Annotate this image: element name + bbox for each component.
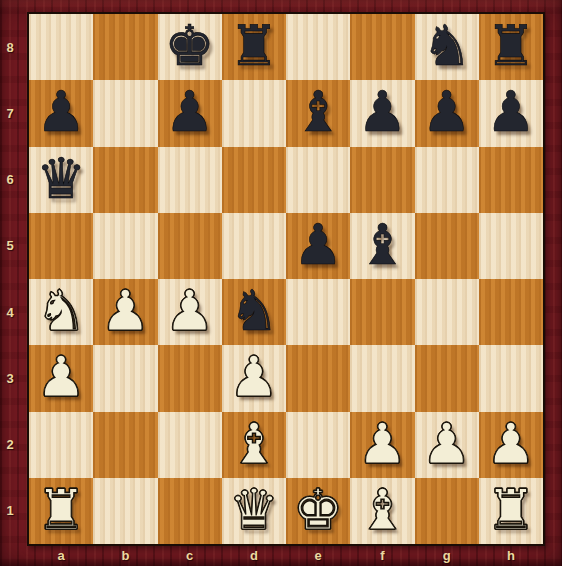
square-h1[interactable]: ♜ [479,478,543,544]
rank-labels: 87654321 [0,14,27,544]
rank-label-5: 5 [0,213,27,279]
piece-black-pawn-g7[interactable]: ♟ [422,84,472,140]
file-label-g: g [415,546,479,565]
piece-white-pawn-g2[interactable]: ♟ [422,416,472,472]
square-c4[interactable]: ♟ [158,279,222,345]
file-label-b: b [93,546,157,565]
square-g3[interactable] [415,345,479,411]
square-c7[interactable]: ♟ [158,80,222,146]
square-d6[interactable] [222,147,286,213]
piece-white-pawn-a3[interactable]: ♟ [36,349,86,405]
square-h4[interactable] [479,279,543,345]
square-f5[interactable]: ♝ [350,213,414,279]
square-d3[interactable]: ♟ [222,345,286,411]
rank-label-1: 1 [0,478,27,544]
board-grid: ♚♜♞♜♟♟♝♟♟♟♛♟♝♞♟♟♞♟♟♝♟♟♟♜♛♚♝♜ [29,14,543,544]
square-f4[interactable] [350,279,414,345]
piece-white-pawn-b4[interactable]: ♟ [100,283,150,339]
square-h7[interactable]: ♟ [479,80,543,146]
square-a1[interactable]: ♜ [29,478,93,544]
piece-black-rook-d8[interactable]: ♜ [229,18,279,74]
square-e6[interactable] [286,147,350,213]
file-labels: abcdefgh [29,546,543,565]
square-c1[interactable] [158,478,222,544]
square-h6[interactable] [479,147,543,213]
square-e8[interactable] [286,14,350,80]
square-f1[interactable]: ♝ [350,478,414,544]
piece-black-bishop-e7[interactable]: ♝ [293,84,343,140]
square-h8[interactable]: ♜ [479,14,543,80]
file-label-c: c [158,546,222,565]
piece-white-bishop-f1[interactable]: ♝ [357,482,407,538]
file-label-d: d [222,546,286,565]
square-g5[interactable] [415,213,479,279]
square-h5[interactable] [479,213,543,279]
file-label-h: h [479,546,543,565]
file-label-a: a [29,546,93,565]
piece-white-king-e1[interactable]: ♚ [293,482,343,538]
square-b3[interactable] [93,345,157,411]
square-a2[interactable] [29,412,93,478]
square-a7[interactable]: ♟ [29,80,93,146]
piece-white-queen-d1[interactable]: ♛ [229,482,279,538]
square-b7[interactable] [93,80,157,146]
square-f3[interactable] [350,345,414,411]
piece-black-pawn-f7[interactable]: ♟ [357,84,407,140]
square-b1[interactable] [93,478,157,544]
square-a8[interactable] [29,14,93,80]
piece-black-pawn-c7[interactable]: ♟ [165,84,215,140]
square-b6[interactable] [93,147,157,213]
piece-black-pawn-e5[interactable]: ♟ [293,217,343,273]
square-f2[interactable]: ♟ [350,412,414,478]
piece-black-pawn-h7[interactable]: ♟ [486,84,536,140]
piece-white-rook-h1[interactable]: ♜ [486,482,536,538]
square-g4[interactable] [415,279,479,345]
piece-black-king-c8[interactable]: ♚ [165,18,215,74]
square-b5[interactable] [93,213,157,279]
square-g8[interactable]: ♞ [415,14,479,80]
file-label-e: e [286,546,350,565]
piece-white-knight-a4[interactable]: ♞ [36,283,86,339]
square-c2[interactable] [158,412,222,478]
square-a6[interactable]: ♛ [29,147,93,213]
square-h2[interactable]: ♟ [479,412,543,478]
square-a4[interactable]: ♞ [29,279,93,345]
square-a3[interactable]: ♟ [29,345,93,411]
square-g1[interactable] [415,478,479,544]
square-b8[interactable] [93,14,157,80]
square-f7[interactable]: ♟ [350,80,414,146]
rank-label-6: 6 [0,147,27,213]
rank-label-8: 8 [0,14,27,80]
rank-label-7: 7 [0,80,27,146]
square-d2[interactable]: ♝ [222,412,286,478]
square-f8[interactable] [350,14,414,80]
piece-white-bishop-d2[interactable]: ♝ [229,416,279,472]
square-d8[interactable]: ♜ [222,14,286,80]
square-e3[interactable] [286,345,350,411]
square-e5[interactable]: ♟ [286,213,350,279]
square-e4[interactable] [286,279,350,345]
square-g7[interactable]: ♟ [415,80,479,146]
rank-label-4: 4 [0,279,27,345]
square-g6[interactable] [415,147,479,213]
piece-black-bishop-f5[interactable]: ♝ [357,217,407,273]
piece-white-pawn-h2[interactable]: ♟ [486,416,536,472]
piece-white-pawn-d3[interactable]: ♟ [229,349,279,405]
square-h3[interactable] [479,345,543,411]
square-c6[interactable] [158,147,222,213]
piece-black-knight-g8[interactable]: ♞ [422,18,472,74]
square-d1[interactable]: ♛ [222,478,286,544]
file-label-f: f [350,546,414,565]
square-g2[interactable]: ♟ [415,412,479,478]
square-f6[interactable] [350,147,414,213]
square-d4[interactable]: ♞ [222,279,286,345]
piece-black-rook-h8[interactable]: ♜ [486,18,536,74]
piece-black-pawn-a7[interactable]: ♟ [36,84,86,140]
square-b4[interactable]: ♟ [93,279,157,345]
piece-white-rook-a1[interactable]: ♜ [36,482,86,538]
square-e7[interactable]: ♝ [286,80,350,146]
square-c3[interactable] [158,345,222,411]
piece-white-pawn-f2[interactable]: ♟ [357,416,407,472]
piece-black-queen-a6[interactable]: ♛ [36,151,86,207]
piece-black-knight-d4[interactable]: ♞ [229,283,279,339]
square-e2[interactable] [286,412,350,478]
square-c8[interactable]: ♚ [158,14,222,80]
chessboard: ♚♜♞♜♟♟♝♟♟♟♛♟♝♞♟♟♞♟♟♝♟♟♟♜♛♚♝♜ [27,12,545,546]
square-e1[interactable]: ♚ [286,478,350,544]
rank-label-3: 3 [0,345,27,411]
piece-white-pawn-c4[interactable]: ♟ [165,283,215,339]
square-b2[interactable] [93,412,157,478]
square-c5[interactable] [158,213,222,279]
square-d7[interactable] [222,80,286,146]
square-a5[interactable] [29,213,93,279]
square-d5[interactable] [222,213,286,279]
rank-label-2: 2 [0,412,27,478]
